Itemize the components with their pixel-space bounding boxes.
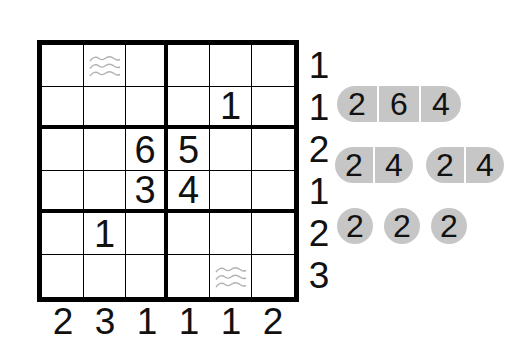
- ship-segment: 2: [426, 147, 464, 183]
- fleet-row-size3: 264: [337, 86, 461, 122]
- cell-r6c5-water: [210, 255, 252, 297]
- row-clue-3: 2: [301, 129, 337, 171]
- ship-segment: 2: [431, 208, 467, 244]
- sudoku-board: 165341: [37, 40, 299, 302]
- ship-segment: 4: [375, 147, 413, 183]
- cell-r1c3[interactable]: [126, 45, 168, 87]
- ship-3seg-1: 264: [337, 86, 461, 122]
- cell-r6c1[interactable]: [42, 255, 84, 297]
- ship-segment: 2: [337, 86, 377, 122]
- col-clue-1: 2: [42, 303, 84, 341]
- cell-r2c3[interactable]: [126, 87, 168, 129]
- cell-r1c6[interactable]: [252, 45, 294, 87]
- col-clue-6: 2: [252, 303, 294, 341]
- cell-r3c3-given: 6: [126, 129, 168, 171]
- fleet-row-size2: 2424: [335, 147, 504, 183]
- waves-icon: [215, 265, 247, 288]
- ship-1seg-2: 2: [384, 208, 420, 244]
- fleet-row-size1: 222: [337, 208, 467, 244]
- cell-r4c1[interactable]: [42, 171, 84, 213]
- cell-r2c4[interactable]: [168, 87, 210, 129]
- ship-2seg-2: 24: [426, 147, 504, 183]
- cell-r3c1[interactable]: [42, 129, 84, 171]
- ship-segment: 2: [384, 208, 420, 244]
- row-clue-5: 2: [301, 213, 337, 255]
- col-clues: 231112: [42, 303, 294, 341]
- cell-r2c6[interactable]: [252, 87, 294, 129]
- cell-r1c4[interactable]: [168, 45, 210, 87]
- cell-r6c6[interactable]: [252, 255, 294, 297]
- row-clue-4: 1: [301, 171, 337, 213]
- ship-2seg-1: 24: [335, 147, 413, 183]
- col-clue-4: 1: [168, 303, 210, 341]
- battleship-sudoku-puzzle: 165341 112123 231112 264 2424 222: [0, 0, 508, 352]
- ship-segment: 2: [335, 147, 373, 183]
- cell-r6c3[interactable]: [126, 255, 168, 297]
- cell-r3c5[interactable]: [210, 129, 252, 171]
- cell-r1c1[interactable]: [42, 45, 84, 87]
- ship-segment: 2: [337, 208, 373, 244]
- cell-r3c6[interactable]: [252, 129, 294, 171]
- ship-segment: 6: [379, 86, 419, 122]
- ship-segment: 4: [421, 86, 461, 122]
- waves-icon: [89, 54, 121, 77]
- cell-r5c3[interactable]: [126, 213, 168, 255]
- col-clue-5: 1: [210, 303, 252, 341]
- cell-r2c2[interactable]: [84, 87, 126, 129]
- cell-r4c5[interactable]: [210, 171, 252, 213]
- row-clues: 112123: [301, 45, 337, 297]
- row-clue-6: 3: [301, 255, 337, 297]
- cell-r3c2[interactable]: [84, 129, 126, 171]
- cell-r2c5-given: 1: [210, 87, 252, 129]
- cell-r5c5[interactable]: [210, 213, 252, 255]
- ship-segment: 4: [466, 147, 504, 183]
- row-clue-2: 1: [301, 87, 337, 129]
- cell-r2c1[interactable]: [42, 87, 84, 129]
- cell-r5c4[interactable]: [168, 213, 210, 255]
- ship-1seg-3: 2: [431, 208, 467, 244]
- cell-r4c6[interactable]: [252, 171, 294, 213]
- ship-1seg-1: 2: [337, 208, 373, 244]
- cell-r4c2[interactable]: [84, 171, 126, 213]
- cell-r5c6[interactable]: [252, 213, 294, 255]
- cell-r5c2-given: 1: [84, 213, 126, 255]
- cell-r4c3-given: 3: [126, 171, 168, 213]
- col-clue-3: 1: [126, 303, 168, 341]
- cell-r5c1[interactable]: [42, 213, 84, 255]
- row-clue-1: 1: [301, 45, 337, 87]
- cell-r1c5[interactable]: [210, 45, 252, 87]
- cell-r3c4-given: 5: [168, 129, 210, 171]
- cell-r6c2[interactable]: [84, 255, 126, 297]
- cell-r1c2-water: [84, 45, 126, 87]
- cell-r4c4-given: 4: [168, 171, 210, 213]
- cell-r6c4[interactable]: [168, 255, 210, 297]
- col-clue-2: 3: [84, 303, 126, 341]
